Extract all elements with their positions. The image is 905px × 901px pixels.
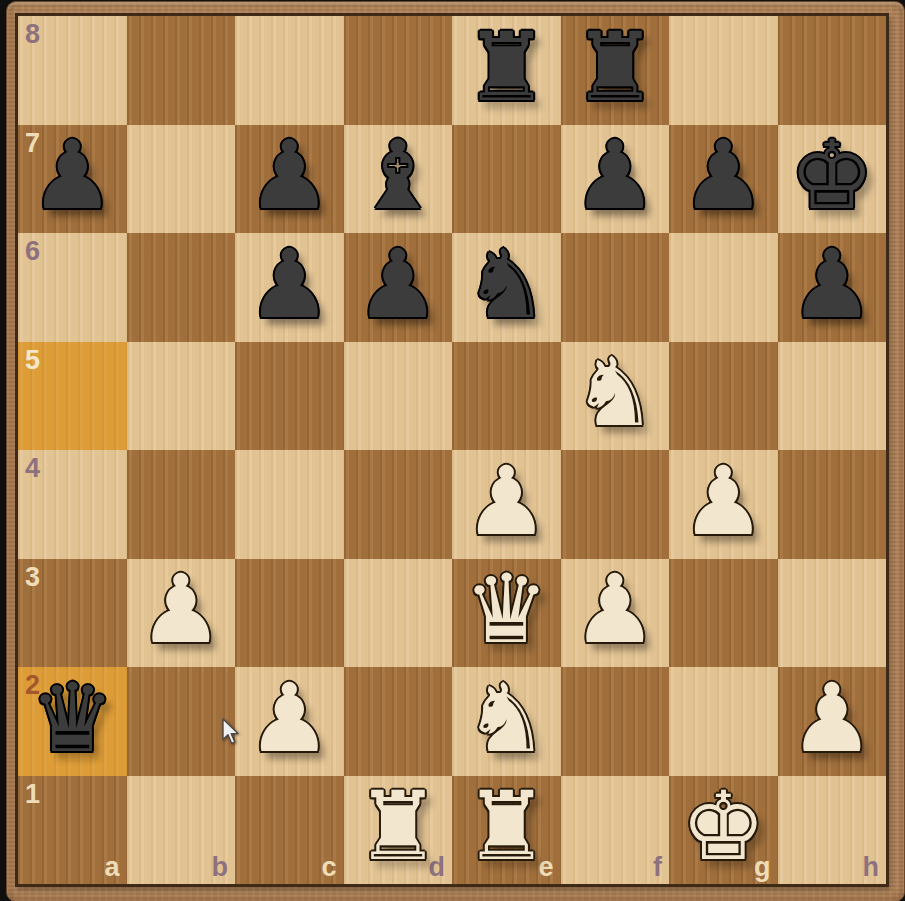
square-f5[interactable]: ♞ bbox=[561, 342, 670, 451]
black-pawn-c6[interactable]: ♟ bbox=[247, 237, 332, 332]
square-g5[interactable] bbox=[669, 342, 778, 451]
white-king-g1[interactable]: ♚ bbox=[681, 779, 766, 874]
white-pawn-b3[interactable]: ♟ bbox=[138, 562, 223, 657]
black-rook-f8[interactable]: ♜ bbox=[572, 20, 657, 115]
square-h6[interactable]: ♟ bbox=[778, 233, 887, 342]
square-b4[interactable] bbox=[127, 450, 236, 559]
square-f4[interactable] bbox=[561, 450, 670, 559]
black-pawn-h6[interactable]: ♟ bbox=[789, 237, 874, 332]
square-a5[interactable]: 5 bbox=[18, 342, 127, 451]
square-a1[interactable]: 1a bbox=[18, 776, 127, 885]
mouse-cursor bbox=[221, 717, 239, 746]
square-d1[interactable]: d♜ bbox=[344, 776, 453, 885]
white-knight-f5[interactable]: ♞ bbox=[572, 345, 657, 440]
square-e5[interactable] bbox=[452, 342, 561, 451]
square-d6[interactable]: ♟ bbox=[344, 233, 453, 342]
rank-label-4: 4 bbox=[25, 455, 40, 482]
square-e6[interactable]: ♞ bbox=[452, 233, 561, 342]
white-pawn-f3[interactable]: ♟ bbox=[572, 562, 657, 657]
square-c6[interactable]: ♟ bbox=[235, 233, 344, 342]
black-king-h7[interactable]: ♚ bbox=[789, 128, 874, 223]
file-label-h: h bbox=[863, 854, 880, 881]
white-pawn-e4[interactable]: ♟ bbox=[464, 454, 549, 549]
square-c1[interactable]: c bbox=[235, 776, 344, 885]
square-f2[interactable] bbox=[561, 667, 670, 776]
square-d4[interactable] bbox=[344, 450, 453, 559]
black-pawn-c7[interactable]: ♟ bbox=[247, 128, 332, 223]
square-g8[interactable] bbox=[669, 16, 778, 125]
square-f8[interactable]: ♜ bbox=[561, 16, 670, 125]
square-e3[interactable]: ♛ bbox=[452, 559, 561, 668]
square-c4[interactable] bbox=[235, 450, 344, 559]
square-f1[interactable]: f bbox=[561, 776, 670, 885]
white-pawn-c2[interactable]: ♟ bbox=[247, 671, 332, 766]
rank-label-5: 5 bbox=[25, 347, 40, 374]
black-pawn-a7[interactable]: ♟ bbox=[30, 128, 115, 223]
rank-label-3: 3 bbox=[25, 564, 40, 591]
square-c2[interactable]: ♟ bbox=[235, 667, 344, 776]
white-queen-e3[interactable]: ♛ bbox=[464, 562, 549, 657]
square-g3[interactable] bbox=[669, 559, 778, 668]
square-b1[interactable]: b bbox=[127, 776, 236, 885]
square-e8[interactable]: ♜ bbox=[452, 16, 561, 125]
square-c3[interactable] bbox=[235, 559, 344, 668]
chess-board: 8♜♜7♟♟♝♟♟♚6♟♟♞♟5♞4♟♟3♟♛♟2♛♟♞♟1abcd♜e♜fg♚… bbox=[15, 13, 889, 887]
square-g6[interactable] bbox=[669, 233, 778, 342]
file-label-f: f bbox=[653, 854, 662, 881]
square-c8[interactable] bbox=[235, 16, 344, 125]
square-h3[interactable] bbox=[778, 559, 887, 668]
square-e7[interactable] bbox=[452, 125, 561, 234]
black-knight-e6[interactable]: ♞ bbox=[464, 237, 549, 332]
square-b6[interactable] bbox=[127, 233, 236, 342]
white-rook-d1[interactable]: ♜ bbox=[355, 779, 440, 874]
square-g1[interactable]: g♚ bbox=[669, 776, 778, 885]
black-pawn-f7[interactable]: ♟ bbox=[572, 128, 657, 223]
square-h2[interactable]: ♟ bbox=[778, 667, 887, 776]
square-h5[interactable] bbox=[778, 342, 887, 451]
white-pawn-g4[interactable]: ♟ bbox=[681, 454, 766, 549]
square-b5[interactable] bbox=[127, 342, 236, 451]
rank-label-8: 8 bbox=[25, 21, 40, 48]
square-a2[interactable]: 2♛ bbox=[18, 667, 127, 776]
square-e4[interactable]: ♟ bbox=[452, 450, 561, 559]
square-h1[interactable]: h bbox=[778, 776, 887, 885]
square-d5[interactable] bbox=[344, 342, 453, 451]
square-d3[interactable] bbox=[344, 559, 453, 668]
cursor-arrow-icon bbox=[223, 719, 238, 743]
square-b7[interactable] bbox=[127, 125, 236, 234]
square-e2[interactable]: ♞ bbox=[452, 667, 561, 776]
square-g2[interactable] bbox=[669, 667, 778, 776]
square-d2[interactable] bbox=[344, 667, 453, 776]
square-e1[interactable]: e♜ bbox=[452, 776, 561, 885]
square-h7[interactable]: ♚ bbox=[778, 125, 887, 234]
square-d8[interactable] bbox=[344, 16, 453, 125]
white-pawn-h2[interactable]: ♟ bbox=[789, 671, 874, 766]
black-pawn-g7[interactable]: ♟ bbox=[681, 128, 766, 223]
square-f6[interactable] bbox=[561, 233, 670, 342]
rank-label-1: 1 bbox=[25, 781, 40, 808]
black-bishop-d7[interactable]: ♝ bbox=[355, 128, 440, 223]
square-g7[interactable]: ♟ bbox=[669, 125, 778, 234]
white-knight-e2[interactable]: ♞ bbox=[464, 671, 549, 766]
square-a7[interactable]: 7♟ bbox=[18, 125, 127, 234]
square-g4[interactable]: ♟ bbox=[669, 450, 778, 559]
square-b3[interactable]: ♟ bbox=[127, 559, 236, 668]
file-label-b: b bbox=[212, 854, 229, 881]
square-a4[interactable]: 4 bbox=[18, 450, 127, 559]
square-c7[interactable]: ♟ bbox=[235, 125, 344, 234]
square-b8[interactable] bbox=[127, 16, 236, 125]
square-a8[interactable]: 8 bbox=[18, 16, 127, 125]
square-f7[interactable]: ♟ bbox=[561, 125, 670, 234]
square-h8[interactable] bbox=[778, 16, 887, 125]
square-a6[interactable]: 6 bbox=[18, 233, 127, 342]
black-pawn-d6[interactable]: ♟ bbox=[355, 237, 440, 332]
square-a3[interactable]: 3 bbox=[18, 559, 127, 668]
rank-label-6: 6 bbox=[25, 238, 40, 265]
black-queen-a2[interactable]: ♛ bbox=[30, 671, 115, 766]
white-rook-e1[interactable]: ♜ bbox=[464, 779, 549, 874]
black-rook-e8[interactable]: ♜ bbox=[464, 20, 549, 115]
square-f3[interactable]: ♟ bbox=[561, 559, 670, 668]
file-label-a: a bbox=[104, 854, 119, 881]
chess-app-screen: 8♜♜7♟♟♝♟♟♚6♟♟♞♟5♞4♟♟3♟♛♟2♛♟♞♟1abcd♜e♜fg♚… bbox=[0, 0, 905, 901]
file-label-c: c bbox=[321, 854, 336, 881]
square-d7[interactable]: ♝ bbox=[344, 125, 453, 234]
square-c5[interactable] bbox=[235, 342, 344, 451]
square-h4[interactable] bbox=[778, 450, 887, 559]
square-b2[interactable] bbox=[127, 667, 236, 776]
